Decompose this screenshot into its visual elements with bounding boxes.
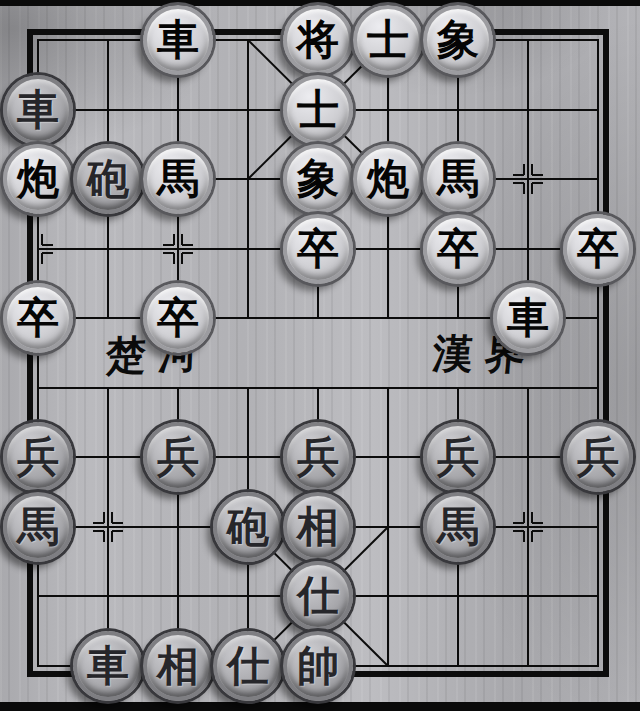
piece-red-soldier[interactable]: 兵: [3, 422, 73, 492]
piece-black-horse[interactable]: 馬: [143, 144, 213, 214]
piece-black-cannon[interactable]: 炮: [3, 144, 73, 214]
piece-black-chariot[interactable]: 車: [493, 283, 563, 353]
piece-red-horse[interactable]: 馬: [423, 492, 493, 562]
piece-black-soldier[interactable]: 卒: [3, 283, 73, 353]
piece-red-elephant[interactable]: 相: [283, 492, 353, 562]
piece-red-horse[interactable]: 馬: [3, 492, 73, 562]
piece-black-advisor[interactable]: 士: [353, 5, 423, 75]
piece-red-chariot[interactable]: 車: [3, 75, 73, 145]
piece-black-cannon[interactable]: 炮: [353, 144, 423, 214]
piece-red-cannon[interactable]: 砲: [73, 144, 143, 214]
piece-black-soldier[interactable]: 卒: [423, 214, 493, 284]
piece-black-soldier[interactable]: 卒: [283, 214, 353, 284]
piece-red-elephant[interactable]: 相: [143, 631, 213, 701]
piece-black-elephant[interactable]: 象: [283, 144, 353, 214]
board-background: 楚河 漢界 車将士象車士炮砲馬象炮馬卒卒卒卒卒車兵兵兵兵兵馬砲相馬仕車相仕帥: [0, 0, 640, 711]
piece-red-advisor[interactable]: 仕: [283, 561, 353, 631]
piece-red-soldier[interactable]: 兵: [423, 422, 493, 492]
piece-black-advisor[interactable]: 士: [283, 75, 353, 145]
piece-red-soldier[interactable]: 兵: [283, 422, 353, 492]
piece-red-chariot[interactable]: 車: [73, 631, 143, 701]
piece-black-horse[interactable]: 馬: [423, 144, 493, 214]
piece-black-general[interactable]: 将: [283, 5, 353, 75]
piece-black-soldier[interactable]: 卒: [563, 214, 633, 284]
piece-black-elephant[interactable]: 象: [423, 5, 493, 75]
piece-red-cannon[interactable]: 砲: [213, 492, 283, 562]
piece-red-advisor[interactable]: 仕: [213, 631, 283, 701]
piece-black-soldier[interactable]: 卒: [143, 283, 213, 353]
piece-red-general[interactable]: 帥: [283, 631, 353, 701]
piece-red-soldier[interactable]: 兵: [563, 422, 633, 492]
piece-red-soldier[interactable]: 兵: [143, 422, 213, 492]
piece-black-chariot[interactable]: 車: [143, 5, 213, 75]
